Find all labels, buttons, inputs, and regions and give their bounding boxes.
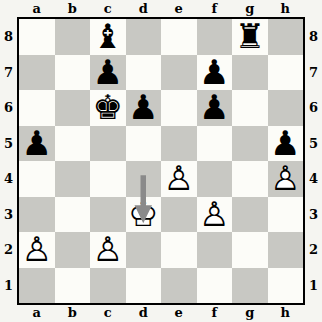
rank-label-2: 2	[305, 232, 322, 268]
square-b3[interactable]	[55, 197, 91, 233]
rank-label-2: 2	[0, 232, 17, 268]
square-b5[interactable]	[55, 126, 91, 162]
square-h2[interactable]	[268, 232, 304, 268]
square-f2[interactable]	[197, 232, 233, 268]
rank-label-1: 1	[305, 268, 322, 304]
file-label-c: c	[90, 0, 126, 17]
file-label-a: a	[19, 0, 55, 17]
square-g6[interactable]	[232, 90, 268, 126]
piece-white-pawn: ♙	[268, 161, 304, 197]
square-c3[interactable]	[90, 197, 126, 233]
square-a8[interactable]	[19, 19, 55, 55]
square-c6[interactable]: ♚	[90, 90, 126, 126]
square-g4[interactable]	[232, 161, 268, 197]
square-b8[interactable]	[55, 19, 91, 55]
square-b6[interactable]	[55, 90, 91, 126]
file-label-c: c	[90, 305, 126, 322]
square-f3[interactable]: ♟♙	[197, 197, 233, 233]
rank-labels-right: 87654321	[305, 19, 322, 303]
file-labels-top: abcdefgh	[19, 0, 303, 17]
piece-white-pawn: ♙	[19, 232, 55, 268]
chess-diagram: abcdefgh abcdefgh 87654321 87654321 ♝♜♟♟…	[0, 0, 322, 322]
file-label-h: h	[268, 305, 304, 322]
rank-label-1: 1	[0, 268, 17, 304]
rank-label-3: 3	[305, 197, 322, 233]
square-a6[interactable]	[19, 90, 55, 126]
piece-black-bishop: ♝	[90, 19, 126, 55]
square-c5[interactable]	[90, 126, 126, 162]
square-h8[interactable]	[268, 19, 304, 55]
file-label-b: b	[55, 305, 91, 322]
square-g3[interactable]	[232, 197, 268, 233]
file-label-f: f	[197, 0, 233, 17]
square-g8[interactable]: ♜	[232, 19, 268, 55]
square-c2[interactable]: ♟♙	[90, 232, 126, 268]
piece-black-rook: ♜	[232, 19, 268, 55]
file-label-a: a	[19, 305, 55, 322]
file-label-f: f	[197, 305, 233, 322]
square-f7[interactable]: ♟	[197, 55, 233, 91]
square-h6[interactable]	[268, 90, 304, 126]
rank-label-6: 6	[305, 90, 322, 126]
piece-black-pawn: ♟	[126, 90, 162, 126]
file-label-g: g	[232, 305, 268, 322]
square-f4[interactable]	[197, 161, 233, 197]
square-c4[interactable]	[90, 161, 126, 197]
square-e3[interactable]	[161, 197, 197, 233]
square-d3[interactable]: ♚♔	[126, 197, 162, 233]
square-f8[interactable]	[197, 19, 233, 55]
file-labels-bottom: abcdefgh	[19, 305, 303, 322]
square-d4[interactable]	[126, 161, 162, 197]
square-e4[interactable]: ♟♙	[161, 161, 197, 197]
file-label-d: d	[126, 0, 162, 17]
rank-label-5: 5	[0, 126, 17, 162]
square-e1[interactable]	[161, 268, 197, 304]
file-label-e: e	[161, 305, 197, 322]
square-d8[interactable]	[126, 19, 162, 55]
file-label-e: e	[161, 0, 197, 17]
square-f5[interactable]	[197, 126, 233, 162]
rank-label-8: 8	[0, 19, 17, 55]
piece-black-king: ♚	[90, 90, 126, 126]
piece-black-pawn: ♟	[197, 90, 233, 126]
square-d2[interactable]	[126, 232, 162, 268]
file-label-h: h	[268, 0, 304, 17]
square-f1[interactable]	[197, 268, 233, 304]
square-h1[interactable]	[268, 268, 304, 304]
square-e6[interactable]	[161, 90, 197, 126]
piece-black-pawn: ♟	[90, 55, 126, 91]
square-d7[interactable]	[126, 55, 162, 91]
square-d1[interactable]	[126, 268, 162, 304]
file-label-g: g	[232, 0, 268, 17]
file-label-b: b	[55, 0, 91, 17]
square-a3[interactable]	[19, 197, 55, 233]
rank-labels-left: 87654321	[0, 19, 17, 303]
square-c7[interactable]: ♟	[90, 55, 126, 91]
rank-label-3: 3	[0, 197, 17, 233]
square-h3[interactable]	[268, 197, 304, 233]
piece-black-pawn: ♟	[268, 126, 304, 162]
square-h4[interactable]: ♟♙	[268, 161, 304, 197]
square-b7[interactable]	[55, 55, 91, 91]
square-g2[interactable]	[232, 232, 268, 268]
rank-label-7: 7	[0, 55, 17, 91]
piece-black-pawn: ♟	[19, 126, 55, 162]
square-d5[interactable]	[126, 126, 162, 162]
square-g7[interactable]	[232, 55, 268, 91]
rank-label-4: 4	[305, 161, 322, 197]
square-a5[interactable]: ♟	[19, 126, 55, 162]
rank-label-8: 8	[305, 19, 322, 55]
square-e8[interactable]	[161, 19, 197, 55]
square-b2[interactable]	[55, 232, 91, 268]
chess-board: ♝♜♟♟♚♟♟♟♟♟♙♟♙♚♔♟♙♟♙♟♙	[17, 17, 305, 305]
square-g5[interactable]	[232, 126, 268, 162]
square-h5[interactable]: ♟	[268, 126, 304, 162]
square-e7[interactable]	[161, 55, 197, 91]
square-b4[interactable]	[55, 161, 91, 197]
square-a1[interactable]	[19, 268, 55, 304]
square-e5[interactable]	[161, 126, 197, 162]
square-a7[interactable]	[19, 55, 55, 91]
piece-white-pawn: ♙	[161, 161, 197, 197]
piece-black-pawn: ♟	[197, 55, 233, 91]
square-e2[interactable]	[161, 232, 197, 268]
piece-white-pawn: ♙	[197, 197, 233, 233]
square-f6[interactable]: ♟	[197, 90, 233, 126]
square-b1[interactable]	[55, 268, 91, 304]
square-c8[interactable]: ♝	[90, 19, 126, 55]
square-d6[interactable]: ♟	[126, 90, 162, 126]
file-label-d: d	[126, 305, 162, 322]
square-g1[interactable]	[232, 268, 268, 304]
square-a4[interactable]	[19, 161, 55, 197]
rank-label-4: 4	[0, 161, 17, 197]
rank-label-6: 6	[0, 90, 17, 126]
square-h7[interactable]	[268, 55, 304, 91]
piece-white-king: ♔	[126, 197, 162, 233]
square-c1[interactable]	[90, 268, 126, 304]
piece-white-pawn: ♙	[90, 232, 126, 268]
rank-label-5: 5	[305, 126, 322, 162]
square-a2[interactable]: ♟♙	[19, 232, 55, 268]
rank-label-7: 7	[305, 55, 322, 91]
